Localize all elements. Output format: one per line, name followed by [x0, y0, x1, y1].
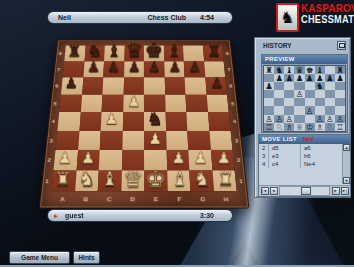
player-name: guest	[65, 212, 84, 219]
preview-square: ♗	[315, 123, 325, 131]
preview-square	[335, 98, 345, 106]
preview-piece-black-pawn: ♟	[305, 74, 315, 82]
preview-piece-black-pawn: ♟	[294, 74, 304, 82]
preview-square: ♟	[294, 74, 304, 82]
kasparov-chessmate-logo: ♞ KASPAROV CHESSMATE	[276, 3, 354, 32]
preview-square: ♟	[335, 74, 345, 82]
move-num[interactable]: 2	[259, 144, 269, 152]
piece-black-pawn[interactable]: ♟	[144, 54, 164, 77]
preview-square	[284, 98, 294, 106]
piece-black-pawn[interactable]: ♟	[185, 54, 205, 77]
player-clock-bar: ► guest 3:30	[47, 209, 233, 222]
rank-label: 3	[232, 137, 241, 144]
preview-square: ♖	[264, 123, 274, 131]
square-d3[interactable]	[122, 131, 144, 150]
square-b4[interactable]	[79, 112, 102, 130]
move-list-rows[interactable]: 2d5a63e3h64c4Ne4	[259, 144, 343, 184]
hints-button[interactable]: Hints	[73, 251, 100, 264]
piece-black-pawn[interactable]: ♟	[61, 71, 82, 94]
piece-black-pawn[interactable]: ♟	[206, 71, 227, 94]
rank-label: 8	[56, 50, 64, 56]
preview-square	[305, 90, 315, 98]
preview-square: ♜	[264, 66, 274, 74]
file-label: G	[198, 195, 207, 203]
move-white[interactable]: e3	[269, 152, 301, 160]
nav-prev-button[interactable]: ◄	[270, 187, 278, 195]
preview-square	[315, 90, 325, 98]
square-f4[interactable]	[165, 112, 187, 130]
app-window: Neil Chess Club 4:54 ♞ KASPAROV CHESSMAT…	[0, 0, 354, 267]
rank-label: 2	[234, 156, 243, 164]
square-g5[interactable]	[185, 94, 207, 112]
preview-square	[264, 90, 274, 98]
preview-piece-white-bishop: ♗	[315, 123, 325, 131]
venue-label: Chess Club	[147, 14, 186, 21]
preview-square	[284, 82, 294, 90]
file-label: F	[175, 195, 184, 203]
preview-piece-black-pawn: ♟	[264, 82, 274, 90]
preview-piece-black-rook: ♜	[264, 66, 274, 74]
preview-square	[274, 82, 284, 90]
preview-square	[264, 98, 274, 106]
square-c3[interactable]	[100, 131, 123, 150]
board-frame: ♜♞♝♛♚♝♜♟♟♟♟♟♟♟♟♟♟♞♟♟♟♟♟♟♜♞♝♛♚♝♞♜ 8877665…	[39, 40, 250, 209]
preview-box: PREVIEW ♜♞♝♛♚♝♜♟♟♟♟♟♟♟♟♞♙♙♙♙♙♙♙♙♖♘♗♕♔♗♘♖	[261, 54, 348, 133]
rank-label: 3	[47, 137, 56, 144]
history-nav-bar: |◄ ◄ ► ►|	[259, 185, 350, 196]
rank-label: 1	[42, 177, 51, 185]
square-b6[interactable]	[82, 77, 104, 94]
piece-black-rook[interactable]: ♜	[64, 39, 84, 61]
history-panel: HISTORY PREVIEW ♜♞♝♛♚♝♜♟♟♟♟♟♟♟♟♞♙♙♙♙♙♙♙♙…	[254, 37, 351, 198]
preview-square	[294, 98, 304, 106]
preview-square: ♖	[335, 123, 345, 131]
square-f5[interactable]	[165, 94, 187, 112]
square-a5[interactable]	[59, 94, 81, 112]
preview-square	[325, 82, 335, 90]
piece-white-rook[interactable]: ♜	[214, 165, 237, 191]
board-grid: ♜♞♝♛♚♝♜♟♟♟♟♟♟♟♟♟♟♞♟♟♟♟♟♟♜♞♝♛♚♝♞♜	[51, 45, 236, 191]
preview-square	[315, 98, 325, 106]
opponent-time: 4:54	[200, 14, 214, 21]
nav-first-button[interactable]: |◄	[261, 187, 269, 195]
square-c6[interactable]	[102, 77, 123, 94]
preview-square	[325, 90, 335, 98]
square-d4[interactable]	[122, 112, 144, 130]
rank-label: 2	[45, 156, 54, 164]
preview-piece-white-pawn: ♙	[305, 106, 315, 114]
preview-square	[335, 82, 345, 90]
piece-white-pawn[interactable]: ♟	[101, 106, 123, 130]
preview-square: ♕	[294, 123, 304, 131]
move-list-turn-label: Neil	[303, 135, 314, 144]
chess-board-3d: ♜♞♝♛♚♝♜♟♟♟♟♟♟♟♟♟♟♞♟♟♟♟♟♟♜♞♝♛♚♝♞♜ 8877665…	[33, 24, 253, 212]
rank-label: 4	[49, 118, 58, 125]
preview-piece-black-pawn: ♟	[325, 74, 335, 82]
move-black[interactable]: h6	[301, 152, 343, 160]
file-label: D	[128, 195, 137, 203]
piece-black-pawn[interactable]: ♟	[83, 54, 103, 77]
preview-square	[325, 98, 335, 106]
move-white[interactable]: d5	[269, 144, 301, 152]
preview-square	[284, 90, 294, 98]
rank-label: 5	[229, 100, 238, 107]
piece-white-queen[interactable]: ♛	[121, 165, 144, 191]
preview-piece-white-pawn: ♙	[294, 90, 304, 98]
history-title: HISTORY	[263, 42, 292, 49]
move-num[interactable]: 4	[259, 160, 269, 168]
piece-black-pawn[interactable]: ♟	[124, 54, 144, 77]
move-list-box: MOVE LIST Neil 2d5a63e3h64c4Ne4 ▲ ▼ |◄ ◄…	[258, 134, 351, 197]
piece-white-rook[interactable]: ♜	[51, 165, 74, 191]
rank-label: 5	[51, 100, 59, 107]
move-white[interactable]: c4	[269, 160, 301, 168]
nav-next-button[interactable]: ►	[332, 187, 340, 195]
preview-square	[294, 106, 304, 114]
piece-white-king[interactable]: ♚	[144, 165, 167, 191]
preview-square: ♟	[305, 74, 315, 82]
rank-label: 1	[236, 177, 245, 185]
preview-square: ♔	[305, 123, 315, 131]
piece-white-knight[interactable]: ♞	[190, 165, 213, 191]
preview-piece-white-queen: ♕	[294, 123, 304, 131]
square-g6[interactable]	[185, 77, 207, 94]
move-black[interactable]: Ne4	[301, 160, 343, 168]
preview-piece-white-knight: ♘	[274, 123, 284, 131]
file-label: E	[152, 195, 161, 203]
piece-white-bishop[interactable]: ♝	[98, 165, 121, 191]
file-label: H	[221, 195, 230, 203]
preview-mini-board: ♜♞♝♛♚♝♜♟♟♟♟♟♟♟♟♞♙♙♙♙♙♙♙♙♖♘♗♕♔♗♘♖	[263, 65, 346, 132]
rank-label: 7	[225, 66, 233, 72]
scroll-up-icon[interactable]: ▲	[343, 144, 350, 151]
player-time: 3:30	[200, 212, 214, 219]
panel-collapse-button[interactable]	[337, 41, 346, 50]
preview-square: ♘	[274, 123, 284, 131]
preview-square: ♞	[315, 82, 325, 90]
rank-label: 6	[227, 83, 235, 89]
knight-logo-icon: ♞	[276, 3, 299, 32]
rank-label: 8	[223, 50, 231, 56]
move-list-title: MOVE LIST	[262, 135, 297, 144]
move-black[interactable]: a6	[301, 144, 343, 152]
file-label: C	[105, 195, 114, 203]
preview-square: ♟	[264, 82, 274, 90]
piece-white-pawn[interactable]: ♟	[144, 125, 166, 150]
preview-piece-black-pawn: ♟	[274, 74, 284, 82]
piece-black-rook[interactable]: ♜	[204, 39, 224, 61]
rank-label: 4	[230, 118, 239, 125]
logo-kasparov: KASPAROV	[301, 3, 354, 14]
scroll-down-icon[interactable]: ▼	[343, 177, 350, 184]
file-label: B	[81, 195, 90, 203]
window-icon	[339, 43, 345, 48]
rank-label: 7	[55, 66, 63, 72]
move-num[interactable]: 3	[259, 152, 269, 160]
rank-label: 6	[53, 83, 61, 89]
preview-square: ♟	[274, 74, 284, 82]
turn-arrow-icon: ►	[53, 213, 59, 219]
file-label: A	[58, 195, 67, 203]
preview-square: ♙	[305, 106, 315, 114]
square-g4[interactable]	[186, 112, 209, 130]
piece-white-knight[interactable]: ♞	[75, 165, 98, 191]
preview-piece-black-pawn: ♟	[335, 74, 345, 82]
square-e6[interactable]	[144, 77, 165, 94]
preview-piece-white-knight: ♘	[325, 123, 335, 131]
preview-square	[274, 98, 284, 106]
preview-square: ♙	[294, 90, 304, 98]
preview-square	[274, 90, 284, 98]
nav-last-button[interactable]: ►|	[341, 187, 349, 195]
game-menu-button[interactable]: Game Menu	[9, 251, 70, 264]
piece-black-pawn[interactable]: ♟	[164, 54, 184, 77]
preview-piece-black-pawn: ♟	[284, 74, 294, 82]
preview-square: ♘	[325, 123, 335, 131]
preview-piece-black-knight: ♞	[315, 82, 325, 90]
preview-piece-white-king: ♔	[305, 123, 315, 131]
square-h4[interactable]	[208, 112, 231, 130]
preview-square: ♗	[284, 123, 294, 131]
piece-white-bishop[interactable]: ♝	[167, 165, 190, 191]
nav-slider-thumb[interactable]	[301, 187, 311, 195]
preview-square	[305, 82, 315, 90]
preview-piece-white-rook: ♖	[335, 123, 345, 131]
square-f6[interactable]	[164, 77, 185, 94]
opponent-name: Neil	[58, 14, 71, 21]
opponent-clock-bar: Neil Chess Club 4:54	[47, 11, 233, 24]
square-b5[interactable]	[80, 94, 102, 112]
piece-black-pawn[interactable]: ♟	[103, 54, 123, 77]
square-h5[interactable]	[206, 94, 229, 112]
preview-title: PREVIEW	[262, 55, 347, 64]
move-list-scrollbar[interactable]: ▲ ▼	[342, 144, 350, 184]
nav-slider-track[interactable]	[279, 186, 330, 196]
preview-piece-white-bishop: ♗	[284, 123, 294, 131]
preview-piece-white-rook: ♖	[264, 123, 274, 131]
preview-square	[335, 90, 345, 98]
logo-chessmate: CHESSMATE	[301, 14, 354, 25]
square-a4[interactable]	[57, 112, 80, 130]
preview-square: ♟	[284, 74, 294, 82]
piece-white-pawn[interactable]: ♟	[123, 88, 144, 112]
move-list-header: MOVE LIST Neil	[259, 135, 350, 144]
preview-square: ♟	[325, 74, 335, 82]
